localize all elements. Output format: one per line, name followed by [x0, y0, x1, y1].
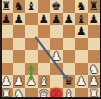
white-pawn[interactable]: ♟ [25, 75, 38, 88]
square-h5[interactable] [88, 38, 101, 51]
white-bishop[interactable]: ♝ [38, 75, 51, 88]
square-a4[interactable] [0, 50, 13, 63]
square-h4[interactable] [88, 50, 101, 63]
square-h7[interactable]: ♟ [88, 13, 101, 26]
square-g4[interactable] [75, 50, 88, 63]
square-f8[interactable] [63, 0, 76, 13]
black-pawn[interactable]: ♟ [38, 13, 51, 26]
black-pawn[interactable]: ♟ [63, 13, 76, 26]
black-pawn[interactable]: ♟ [88, 13, 101, 26]
square-h2[interactable]: ♟ [88, 75, 101, 88]
black-pawn[interactable]: ♟ [50, 13, 63, 26]
square-f4[interactable] [63, 50, 76, 63]
square-b4[interactable] [13, 50, 26, 63]
square-e7[interactable]: ♟ [50, 13, 63, 26]
square-b7[interactable]: ♟ [13, 13, 26, 26]
square-f5[interactable] [63, 38, 76, 51]
square-a7[interactable]: ♟ [0, 13, 13, 26]
square-e3[interactable] [50, 63, 63, 76]
chessboard-screenshot: ♜♞♝♚♞♜♟♟♟♟♟♝♟♟♟♞♟♟♟♝♛♟♟♜♞♛♚♝♜ [0, 0, 100, 98]
square-c6[interactable] [25, 25, 38, 38]
square-d4[interactable] [38, 50, 51, 63]
black-queen[interactable]: ♛ [63, 75, 76, 88]
square-e4[interactable]: ♟ [50, 50, 63, 63]
black-knight[interactable]: ♞ [13, 0, 26, 13]
square-b5[interactable] [13, 38, 26, 51]
square-b2[interactable]: ♟ [13, 75, 26, 88]
square-c8[interactable]: ♝ [25, 0, 38, 13]
black-rook[interactable]: ♜ [0, 0, 13, 13]
square-a5[interactable] [0, 38, 13, 51]
square-e6[interactable] [50, 25, 63, 38]
square-a6[interactable] [0, 25, 13, 38]
square-h8[interactable]: ♜ [88, 0, 101, 13]
white-pawn[interactable]: ♟ [0, 75, 13, 88]
black-knight[interactable]: ♞ [75, 0, 88, 13]
square-g5[interactable] [75, 38, 88, 51]
black-rook[interactable]: ♜ [88, 0, 101, 13]
black-pawn[interactable]: ♟ [0, 13, 13, 26]
square-g8[interactable]: ♞ [75, 0, 88, 13]
square-c5[interactable] [25, 38, 38, 51]
square-f7[interactable]: ♟ [63, 13, 76, 26]
square-a2[interactable]: ♟ [0, 75, 13, 88]
square-d6[interactable] [38, 25, 51, 38]
white-pawn[interactable]: ♟ [75, 75, 88, 88]
square-d2[interactable]: ♝ [38, 75, 51, 88]
square-c7[interactable] [25, 13, 38, 26]
black-pawn[interactable]: ♟ [75, 25, 88, 38]
black-king[interactable]: ♚ [50, 0, 63, 13]
black-pawn[interactable]: ♟ [13, 13, 26, 26]
square-d7[interactable]: ♟ [38, 13, 51, 26]
square-h6[interactable] [88, 25, 101, 38]
square-g2[interactable]: ♟ [75, 75, 88, 88]
square-c4[interactable] [25, 50, 38, 63]
square-b6[interactable] [13, 25, 26, 38]
square-d8[interactable] [38, 0, 51, 13]
square-b8[interactable]: ♞ [13, 0, 26, 13]
square-d5[interactable] [38, 38, 51, 51]
square-a8[interactable]: ♜ [0, 0, 13, 13]
square-e8[interactable]: ♚ [50, 0, 63, 13]
white-pawn[interactable]: ♟ [13, 75, 26, 88]
square-f6[interactable] [63, 25, 76, 38]
white-pawn[interactable]: ♟ [50, 50, 63, 63]
window-edge-bottom [0, 97, 100, 99]
chess-board: ♜♞♝♚♞♜♟♟♟♟♟♝♟♟♟♞♟♟♟♝♛♟♟♜♞♛♚♝♜ [0, 0, 100, 98]
window-edge-left [0, 0, 2, 98]
square-f2[interactable]: ♛ [63, 75, 76, 88]
square-c2[interactable]: ♟ [25, 75, 38, 88]
black-bishop[interactable]: ♝ [25, 0, 38, 13]
square-g6[interactable]: ♟ [75, 25, 88, 38]
square-e2[interactable] [50, 75, 63, 88]
white-pawn[interactable]: ♟ [88, 75, 101, 88]
